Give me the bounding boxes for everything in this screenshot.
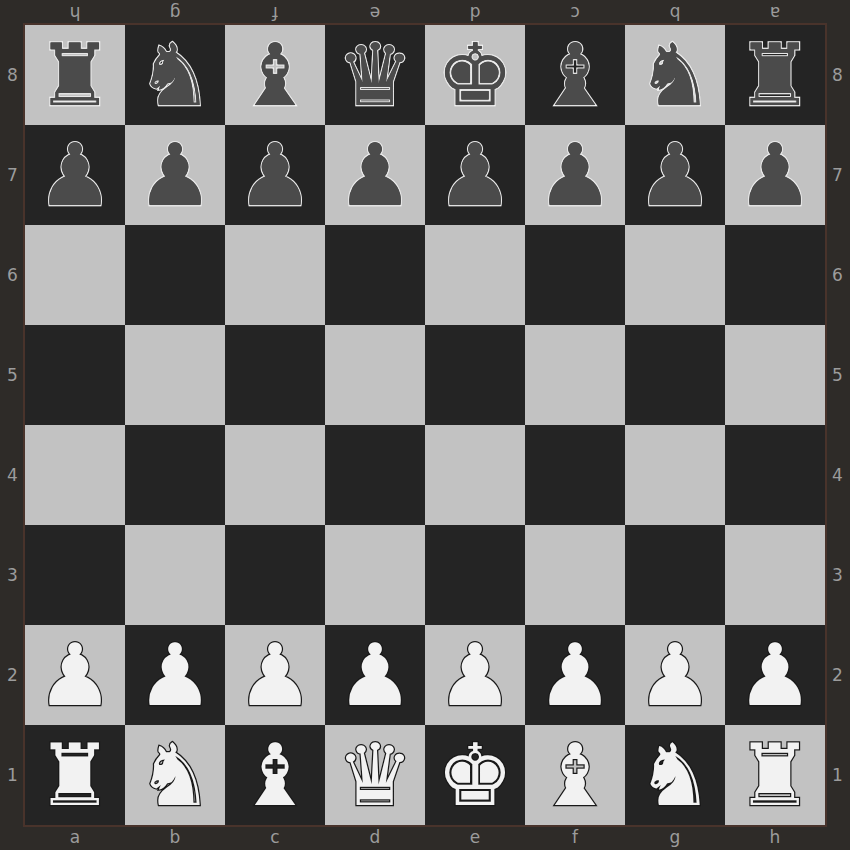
- square-c6[interactable]: [225, 225, 325, 325]
- square-g2[interactable]: ♟: [625, 625, 725, 725]
- white-king-piece[interactable]: ♚: [436, 725, 513, 825]
- black-knight-piece[interactable]: ♞: [136, 25, 213, 125]
- square-g5[interactable]: [625, 325, 725, 425]
- white-queen-piece[interactable]: ♛: [336, 725, 413, 825]
- square-b6[interactable]: [125, 225, 225, 325]
- rank-left-label-5: 5: [0, 325, 25, 425]
- rank-right-label-1: 1: [825, 725, 850, 825]
- white-pawn-piece[interactable]: ♟: [736, 625, 813, 725]
- rank-right-label-7: 7: [825, 125, 850, 225]
- white-pawn-piece[interactable]: ♟: [136, 625, 213, 725]
- square-d8[interactable]: ♛: [325, 25, 425, 125]
- board: ♜♞♝♛♚♝♞♜♟♟♟♟♟♟♟♟♟♟♟♟♟♟♟♟♜♞♝♛♚♝♞♜: [25, 25, 825, 825]
- file-top-label-b: b: [625, 0, 725, 25]
- square-g1[interactable]: ♞: [625, 725, 725, 825]
- square-f6[interactable]: [525, 225, 625, 325]
- square-c5[interactable]: [225, 325, 325, 425]
- white-knight-piece[interactable]: ♞: [636, 725, 713, 825]
- black-pawn-piece[interactable]: ♟: [436, 125, 513, 225]
- file-bottom-label-a: a: [25, 825, 125, 850]
- black-rook-piece[interactable]: ♜: [36, 25, 113, 125]
- square-a4[interactable]: [25, 425, 125, 525]
- white-bishop-piece[interactable]: ♝: [536, 725, 613, 825]
- rank-labels-right: 87654321: [825, 25, 850, 825]
- square-b8[interactable]: ♞: [125, 25, 225, 125]
- square-f7[interactable]: ♟: [525, 125, 625, 225]
- square-h5[interactable]: [725, 325, 825, 425]
- square-c2[interactable]: ♟: [225, 625, 325, 725]
- black-pawn-piece[interactable]: ♟: [336, 125, 413, 225]
- square-a6[interactable]: [25, 225, 125, 325]
- square-h1[interactable]: ♜: [725, 725, 825, 825]
- square-g8[interactable]: ♞: [625, 25, 725, 125]
- black-bishop-piece[interactable]: ♝: [236, 25, 313, 125]
- square-h3[interactable]: [725, 525, 825, 625]
- square-d3[interactable]: [325, 525, 425, 625]
- square-d6[interactable]: [325, 225, 425, 325]
- white-pawn-piece[interactable]: ♟: [636, 625, 713, 725]
- file-top-label-g: g: [125, 0, 225, 25]
- square-c3[interactable]: [225, 525, 325, 625]
- black-knight-piece[interactable]: ♞: [636, 25, 713, 125]
- file-bottom-label-e: e: [425, 825, 525, 850]
- square-e7[interactable]: ♟: [425, 125, 525, 225]
- file-top-label-a: a: [725, 0, 825, 25]
- square-d1[interactable]: ♛: [325, 725, 425, 825]
- square-f4[interactable]: [525, 425, 625, 525]
- square-g7[interactable]: ♟: [625, 125, 725, 225]
- black-rook-piece[interactable]: ♜: [736, 25, 813, 125]
- black-pawn-piece[interactable]: ♟: [636, 125, 713, 225]
- square-f5[interactable]: [525, 325, 625, 425]
- rank-left-label-2: 2: [0, 625, 25, 725]
- square-e1[interactable]: ♚: [425, 725, 525, 825]
- white-rook-piece[interactable]: ♜: [736, 725, 813, 825]
- rank-right-label-4: 4: [825, 425, 850, 525]
- white-pawn-piece[interactable]: ♟: [536, 625, 613, 725]
- square-g3[interactable]: [625, 525, 725, 625]
- square-a5[interactable]: [25, 325, 125, 425]
- square-f2[interactable]: ♟: [525, 625, 625, 725]
- file-bottom-label-d: d: [325, 825, 425, 850]
- file-bottom-label-h: h: [725, 825, 825, 850]
- square-h7[interactable]: ♟: [725, 125, 825, 225]
- square-e8[interactable]: ♚: [425, 25, 525, 125]
- square-h4[interactable]: [725, 425, 825, 525]
- black-pawn-piece[interactable]: ♟: [736, 125, 813, 225]
- square-e3[interactable]: [425, 525, 525, 625]
- square-e2[interactable]: ♟: [425, 625, 525, 725]
- rank-labels-left: 87654321: [0, 25, 25, 825]
- square-f1[interactable]: ♝: [525, 725, 625, 825]
- file-top-label-c: c: [525, 0, 625, 25]
- square-a7[interactable]: ♟: [25, 125, 125, 225]
- square-c4[interactable]: [225, 425, 325, 525]
- white-rook-piece[interactable]: ♜: [36, 725, 113, 825]
- square-c7[interactable]: ♟: [225, 125, 325, 225]
- file-labels-bottom: abcdefgh: [25, 825, 825, 850]
- file-top-label-e: e: [325, 0, 425, 25]
- square-d7[interactable]: ♟: [325, 125, 425, 225]
- rank-right-label-2: 2: [825, 625, 850, 725]
- square-a8[interactable]: ♜: [25, 25, 125, 125]
- file-top-label-d: d: [425, 0, 525, 25]
- black-pawn-piece[interactable]: ♟: [136, 125, 213, 225]
- rank-right-label-6: 6: [825, 225, 850, 325]
- black-pawn-piece[interactable]: ♟: [536, 125, 613, 225]
- white-bishop-piece[interactable]: ♝: [236, 725, 313, 825]
- square-b4[interactable]: [125, 425, 225, 525]
- square-d4[interactable]: [325, 425, 425, 525]
- square-b5[interactable]: [125, 325, 225, 425]
- rank-left-label-3: 3: [0, 525, 25, 625]
- square-a2[interactable]: ♟: [25, 625, 125, 725]
- rank-left-label-8: 8: [0, 25, 25, 125]
- square-b2[interactable]: ♟: [125, 625, 225, 725]
- square-d2[interactable]: ♟: [325, 625, 425, 725]
- rank-right-label-5: 5: [825, 325, 850, 425]
- black-pawn-piece[interactable]: ♟: [36, 125, 113, 225]
- square-h8[interactable]: ♜: [725, 25, 825, 125]
- file-labels-top: hgfedcba: [25, 0, 825, 25]
- rank-left-label-1: 1: [0, 725, 25, 825]
- rank-right-label-8: 8: [825, 25, 850, 125]
- rank-left-label-4: 4: [0, 425, 25, 525]
- square-f8[interactable]: ♝: [525, 25, 625, 125]
- square-h2[interactable]: ♟: [725, 625, 825, 725]
- chess-board-frame: hgfedcba 87654321 ♜♞♝♛♚♝♞♜♟♟♟♟♟♟♟♟♟♟♟♟♟♟…: [0, 0, 850, 850]
- square-b1[interactable]: ♞: [125, 725, 225, 825]
- square-h6[interactable]: [725, 225, 825, 325]
- square-c8[interactable]: ♝: [225, 25, 325, 125]
- square-b3[interactable]: [125, 525, 225, 625]
- square-g6[interactable]: [625, 225, 725, 325]
- black-king-piece[interactable]: ♚: [436, 25, 513, 125]
- file-bottom-label-g: g: [625, 825, 725, 850]
- square-e4[interactable]: [425, 425, 525, 525]
- square-f3[interactable]: [525, 525, 625, 625]
- rank-right-label-3: 3: [825, 525, 850, 625]
- white-pawn-piece[interactable]: ♟: [36, 625, 113, 725]
- square-e5[interactable]: [425, 325, 525, 425]
- square-a3[interactable]: [25, 525, 125, 625]
- square-e6[interactable]: [425, 225, 525, 325]
- square-c1[interactable]: ♝: [225, 725, 325, 825]
- square-g4[interactable]: [625, 425, 725, 525]
- file-bottom-label-c: c: [225, 825, 325, 850]
- white-pawn-piece[interactable]: ♟: [436, 625, 513, 725]
- square-a1[interactable]: ♜: [25, 725, 125, 825]
- black-pawn-piece[interactable]: ♟: [236, 125, 313, 225]
- white-knight-piece[interactable]: ♞: [136, 725, 213, 825]
- file-bottom-label-f: f: [525, 825, 625, 850]
- file-top-label-f: f: [225, 0, 325, 25]
- white-pawn-piece[interactable]: ♟: [336, 625, 413, 725]
- black-queen-piece[interactable]: ♛: [336, 25, 413, 125]
- white-pawn-piece[interactable]: ♟: [236, 625, 313, 725]
- rank-left-label-7: 7: [0, 125, 25, 225]
- black-bishop-piece[interactable]: ♝: [536, 25, 613, 125]
- square-d5[interactable]: [325, 325, 425, 425]
- rank-left-label-6: 6: [0, 225, 25, 325]
- square-b7[interactable]: ♟: [125, 125, 225, 225]
- file-bottom-label-b: b: [125, 825, 225, 850]
- file-top-label-h: h: [25, 0, 125, 25]
